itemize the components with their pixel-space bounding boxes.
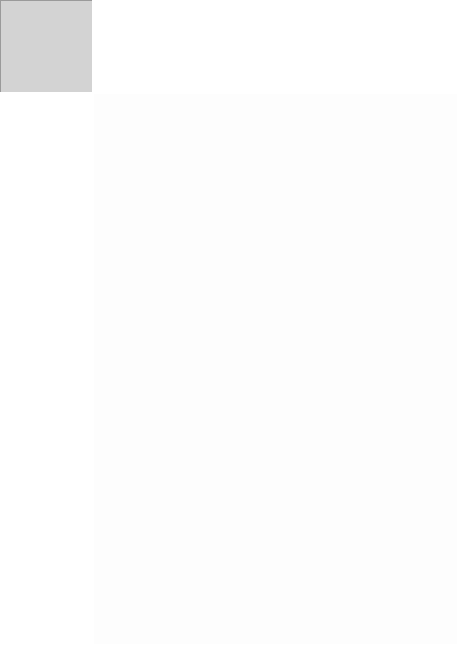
nonogram-puzzle — [0, 0, 460, 646]
column-clues — [94, 0, 457, 92]
corner-box — [0, 0, 92, 92]
row-clues — [0, 94, 92, 644]
solution-grid — [94, 94, 457, 644]
